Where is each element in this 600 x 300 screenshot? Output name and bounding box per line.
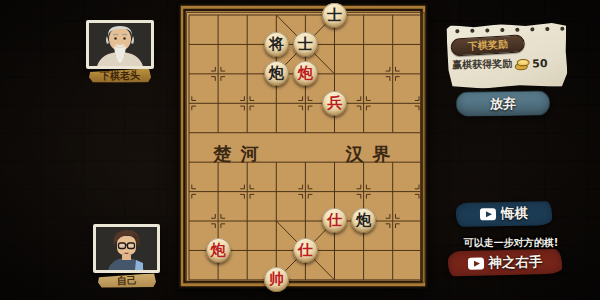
piece-red-1-8[interactable]: 炮	[206, 238, 231, 263]
give-up-label: 放弃	[490, 94, 516, 112]
piece-black-4-1[interactable]: 士	[293, 32, 318, 57]
gods-right-hand-label: 神之右手	[488, 253, 542, 272]
opponent-avatar	[89, 23, 151, 66]
video-ad-icon	[480, 208, 496, 220]
piece-black-3-2[interactable]: 炮	[264, 61, 289, 86]
reward-title: 下棋奖励	[467, 38, 508, 51]
reward-panel: 下棋奖励 赢棋获得奖励 50	[446, 23, 568, 90]
self-name: 自己	[117, 275, 137, 287]
piece-red-3-9[interactable]: 帅	[264, 267, 289, 292]
self-avatar-frame	[93, 224, 160, 273]
coin-stack-icon	[514, 57, 530, 70]
reward-amount: 50	[532, 57, 548, 70]
piece-black-5-0[interactable]: 士	[322, 3, 347, 28]
reward-line-text: 赢棋获得奖励	[452, 57, 512, 72]
self-avatar	[96, 227, 157, 270]
opponent-avatar-frame	[86, 20, 154, 69]
gods-right-hand-button[interactable]: 神之右手	[448, 249, 563, 277]
xiangqi-board[interactable]: 楚河 汉界 士将士炮炮兵仕炮炮仕帅	[178, 3, 428, 289]
give-up-button[interactable]: 放弃	[456, 90, 550, 116]
reward-title-badge: 下棋奖励	[450, 34, 525, 56]
gods-hand-tip: 可以走一步对方的棋!	[452, 236, 570, 250]
piece-black-6-7[interactable]: 炮	[351, 208, 376, 233]
reward-line: 赢棋获得奖励 50	[452, 56, 548, 72]
piece-red-4-2[interactable]: 炮	[293, 61, 318, 86]
undo-move-label: 悔棋	[501, 205, 528, 223]
piece-red-4-8[interactable]: 仕	[293, 238, 318, 263]
game-screen: 下棋老头 自己 楚河 汉界 士将士炮炮	[0, 0, 600, 300]
piece-red-5-3[interactable]: 兵	[322, 91, 347, 116]
opponent-avatar-card: 下棋老头	[86, 20, 154, 69]
pieces-layer: 士将士炮炮兵仕炮炮仕帅	[174, 0, 436, 294]
video-ad-icon	[467, 257, 483, 269]
piece-red-5-7[interactable]: 仕	[322, 208, 347, 233]
piece-black-3-1[interactable]: 将	[264, 32, 289, 57]
undo-move-button[interactable]: 悔棋	[456, 201, 552, 227]
opponent-name: 下棋老头	[100, 70, 140, 82]
self-avatar-card: 自己	[93, 224, 160, 273]
